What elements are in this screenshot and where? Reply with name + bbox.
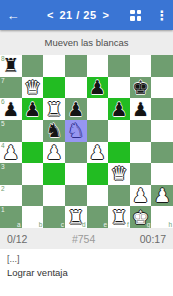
square-f5[interactable]	[108, 120, 130, 142]
square-g3[interactable]	[130, 163, 152, 185]
square-f4[interactable]	[108, 142, 130, 164]
square-h2[interactable]: ♟	[151, 185, 173, 207]
grid-cell	[130, 16, 135, 21]
rank-label-2: 2	[1, 185, 5, 192]
piece-black-pawn[interactable]: ♟	[67, 100, 84, 119]
selected-square-overlay	[65, 120, 87, 142]
square-b8[interactable]	[22, 55, 44, 77]
score-text: 0/12	[7, 233, 27, 245]
timer-text: 00:17	[140, 233, 166, 245]
square-h6[interactable]	[151, 98, 173, 120]
square-g7[interactable]: ♚	[130, 77, 152, 99]
square-a5[interactable]: 5	[0, 120, 22, 142]
square-b2[interactable]	[22, 185, 44, 207]
file-label-c: c	[61, 221, 64, 228]
puzzle-navigation: < 21 / 25 >	[26, 9, 130, 21]
square-a8[interactable]: 8♜	[0, 55, 22, 77]
file-label-b: b	[39, 221, 43, 228]
piece-white-queen[interactable]: ♛	[110, 164, 127, 183]
turn-indicator-bar: Mueven las blancas	[0, 30, 173, 55]
square-g8[interactable]	[130, 55, 152, 77]
square-a3[interactable]: 3	[0, 163, 22, 185]
grid-cell	[137, 10, 142, 15]
piece-white-pawn[interactable]: ♟	[2, 143, 19, 162]
prev-puzzle-icon[interactable]: <	[47, 10, 53, 21]
square-c3[interactable]	[43, 163, 65, 185]
square-a6[interactable]: 6♟	[0, 98, 22, 120]
square-f7[interactable]	[108, 77, 130, 99]
puzzle-info-panel: [...] Lograr ventaja	[0, 249, 173, 296]
square-g1[interactable]: g♚	[130, 206, 152, 228]
piece-white-queen[interactable]: ♛	[24, 78, 41, 97]
app-header: ← < 21 / 25 > ⋮	[0, 0, 173, 30]
puzzle-counter: 21 / 25	[59, 9, 96, 21]
chess-tactics-app: ← < 21 / 25 > ⋮ Mueven las blancas 8♜7♛♟…	[0, 0, 173, 296]
puzzle-grid-icon[interactable]	[130, 10, 141, 21]
square-c8[interactable]	[43, 55, 65, 77]
square-e6[interactable]	[87, 98, 109, 120]
square-c6[interactable]: ♜	[43, 98, 65, 120]
square-e1[interactable]: e	[87, 206, 109, 228]
square-e7[interactable]: ♟	[87, 77, 109, 99]
square-h4[interactable]	[151, 142, 173, 164]
square-c1[interactable]: c	[43, 206, 65, 228]
piece-white-rook[interactable]: ♜	[110, 208, 127, 227]
square-f3[interactable]: ♛	[108, 163, 130, 185]
chess-board[interactable]: 8♜7♛♟♚6♟♟♜♟♟♟5♞♞4♟♟♟3♛2♟♟1abcd♜ef♜g♚h	[0, 55, 173, 228]
file-label-a: a	[17, 221, 21, 228]
square-a7[interactable]: 7	[0, 77, 22, 99]
piece-white-king[interactable]: ♚	[132, 208, 149, 227]
square-e3[interactable]	[87, 163, 109, 185]
overflow-menu-icon[interactable]: ⋮	[153, 8, 171, 23]
square-e2[interactable]	[87, 185, 109, 207]
grid-cell	[130, 10, 135, 15]
square-h1[interactable]: h	[151, 206, 173, 228]
piece-black-pawn[interactable]: ♟	[110, 100, 127, 119]
piece-black-knight[interactable]: ♞	[46, 121, 63, 140]
square-f6[interactable]: ♟	[108, 98, 130, 120]
square-d1[interactable]: d♜	[65, 206, 87, 228]
piece-white-rook[interactable]: ♜	[46, 100, 63, 119]
next-puzzle-icon[interactable]: >	[103, 10, 109, 21]
square-e4[interactable]: ♟	[87, 142, 109, 164]
move-list-placeholder: [...]	[7, 254, 166, 264]
piece-black-pawn[interactable]: ♟	[132, 100, 149, 119]
piece-white-pawn[interactable]: ♟	[89, 143, 106, 162]
square-c4[interactable]: ♟	[43, 142, 65, 164]
square-c7[interactable]	[43, 77, 65, 99]
square-h3[interactable]	[151, 163, 173, 185]
piece-black-pawn[interactable]: ♟	[89, 78, 106, 97]
square-g2[interactable]: ♟	[130, 185, 152, 207]
square-a1[interactable]: 1a	[0, 206, 22, 228]
puzzle-goal-text: Lograr ventaja	[7, 267, 166, 278]
square-b1[interactable]: b	[22, 206, 44, 228]
square-b6[interactable]: ♟	[22, 98, 44, 120]
status-bar: 0/12 #754 00:17	[0, 228, 173, 249]
file-label-e: e	[104, 221, 108, 228]
square-e5[interactable]	[87, 120, 109, 142]
piece-white-pawn[interactable]: ♟	[46, 143, 63, 162]
square-d4[interactable]	[65, 142, 87, 164]
rank-label-1: 1	[1, 206, 5, 213]
rank-label-3: 3	[1, 163, 5, 170]
square-h8[interactable]	[151, 55, 173, 77]
square-e8[interactable]	[87, 55, 109, 77]
square-b4[interactable]	[22, 142, 44, 164]
square-d2[interactable]	[65, 185, 87, 207]
square-a4[interactable]: 4♟	[0, 142, 22, 164]
square-f8[interactable]	[108, 55, 130, 77]
square-h7[interactable]	[151, 77, 173, 99]
piece-white-pawn[interactable]: ♟	[154, 186, 171, 205]
square-d7[interactable]	[65, 77, 87, 99]
square-b3[interactable]	[22, 163, 44, 185]
square-f2[interactable]	[108, 185, 130, 207]
piece-black-king[interactable]: ♚	[132, 78, 149, 97]
square-b7[interactable]: ♛	[22, 77, 44, 99]
square-d8[interactable]	[65, 55, 87, 77]
square-d5[interactable]: ♞	[65, 120, 87, 142]
square-h5[interactable]	[151, 120, 173, 142]
square-d6[interactable]: ♟	[65, 98, 87, 120]
square-g4[interactable]	[130, 142, 152, 164]
piece-white-pawn[interactable]: ♟	[132, 186, 149, 205]
grid-cell	[137, 16, 142, 21]
turn-text: Mueven las blancas	[45, 37, 129, 48]
square-c5[interactable]: ♞	[43, 120, 65, 142]
square-g6[interactable]: ♟	[130, 98, 152, 120]
rank-label-5: 5	[1, 120, 5, 127]
square-c2[interactable]	[43, 185, 65, 207]
square-b5[interactable]	[22, 120, 44, 142]
puzzle-number: #754	[72, 233, 95, 245]
back-arrow-icon[interactable]: ←	[0, 8, 26, 23]
piece-black-pawn[interactable]: ♟	[24, 100, 41, 119]
square-f1[interactable]: f♜	[108, 206, 130, 228]
rank-label-7: 7	[1, 77, 5, 84]
square-g5[interactable]	[130, 120, 152, 142]
square-a2[interactable]: 2	[0, 185, 22, 207]
file-label-h: h	[168, 221, 172, 228]
piece-white-rook[interactable]: ♜	[67, 208, 84, 227]
piece-black-pawn[interactable]: ♟	[2, 100, 19, 119]
piece-black-rook[interactable]: ♜	[2, 56, 19, 75]
square-d3[interactable]	[65, 163, 87, 185]
